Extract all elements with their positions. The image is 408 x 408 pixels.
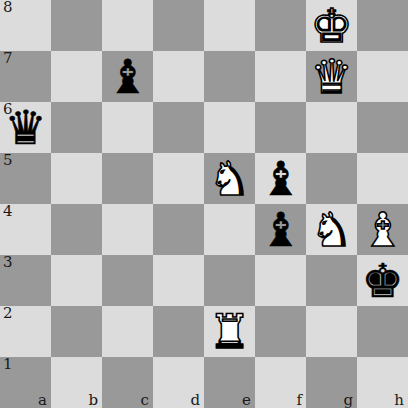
file-label-b: b — [88, 392, 98, 408]
square-g8[interactable]: ♚ — [306, 0, 357, 51]
rank-label-4: 4 — [3, 203, 13, 220]
square-e4[interactable] — [204, 204, 255, 255]
square-f8[interactable] — [255, 0, 306, 51]
square-e5[interactable]: ♞ — [204, 153, 255, 204]
square-h1[interactable]: h — [357, 357, 408, 408]
square-d6[interactable] — [153, 102, 204, 153]
square-a6[interactable]: 6♛ — [0, 102, 51, 153]
square-f3[interactable] — [255, 255, 306, 306]
white-bishop[interactable]: ♝ — [357, 204, 408, 255]
square-g7[interactable]: ♛ — [306, 51, 357, 102]
square-e3[interactable] — [204, 255, 255, 306]
square-e6[interactable] — [204, 102, 255, 153]
square-b8[interactable] — [51, 0, 102, 51]
square-c7[interactable]: ♝ — [102, 51, 153, 102]
square-d8[interactable] — [153, 0, 204, 51]
rank-label-3: 3 — [3, 254, 13, 271]
square-e2[interactable]: ♜ — [204, 306, 255, 357]
square-b7[interactable] — [51, 51, 102, 102]
square-g6[interactable] — [306, 102, 357, 153]
white-rook[interactable]: ♜ — [204, 306, 255, 357]
square-h5[interactable] — [357, 153, 408, 204]
square-d7[interactable] — [153, 51, 204, 102]
square-g2[interactable] — [306, 306, 357, 357]
square-c4[interactable] — [102, 204, 153, 255]
chess-board: 8♚7♝♛6♛5♞♝4♝♞♝3♚2♜1abcdefgh — [0, 0, 408, 408]
rank-label-2: 2 — [3, 305, 13, 322]
file-label-e: e — [242, 392, 251, 408]
square-c6[interactable] — [102, 102, 153, 153]
square-h2[interactable] — [357, 306, 408, 357]
square-c2[interactable] — [102, 306, 153, 357]
square-b3[interactable] — [51, 255, 102, 306]
square-d5[interactable] — [153, 153, 204, 204]
square-c8[interactable] — [102, 0, 153, 51]
file-label-a: a — [38, 392, 47, 408]
black-queen[interactable]: ♛ — [0, 102, 51, 153]
square-d3[interactable] — [153, 255, 204, 306]
square-h7[interactable] — [357, 51, 408, 102]
square-f1[interactable]: f — [255, 357, 306, 408]
square-f2[interactable] — [255, 306, 306, 357]
file-label-d: d — [190, 392, 200, 408]
square-d2[interactable] — [153, 306, 204, 357]
rank-label-8: 8 — [3, 0, 13, 16]
square-h8[interactable] — [357, 0, 408, 51]
black-king[interactable]: ♚ — [357, 255, 408, 306]
square-a3[interactable]: 3 — [0, 255, 51, 306]
square-a2[interactable]: 2 — [0, 306, 51, 357]
square-c3[interactable] — [102, 255, 153, 306]
square-b6[interactable] — [51, 102, 102, 153]
square-a4[interactable]: 4 — [0, 204, 51, 255]
square-c1[interactable]: c — [102, 357, 153, 408]
square-d4[interactable] — [153, 204, 204, 255]
white-knight[interactable]: ♞ — [306, 204, 357, 255]
square-a5[interactable]: 5 — [0, 153, 51, 204]
white-king[interactable]: ♚ — [306, 0, 357, 51]
square-f4[interactable]: ♝ — [255, 204, 306, 255]
file-label-h: h — [394, 392, 404, 408]
rank-label-5: 5 — [3, 152, 13, 169]
rank-label-1: 1 — [3, 356, 13, 373]
square-f5[interactable]: ♝ — [255, 153, 306, 204]
rank-label-7: 7 — [3, 50, 13, 67]
square-b5[interactable] — [51, 153, 102, 204]
square-a1[interactable]: 1a — [0, 357, 51, 408]
square-f7[interactable] — [255, 51, 306, 102]
file-label-f: f — [296, 392, 302, 408]
square-b2[interactable] — [51, 306, 102, 357]
square-e8[interactable] — [204, 0, 255, 51]
square-h6[interactable] — [357, 102, 408, 153]
square-e7[interactable] — [204, 51, 255, 102]
square-b4[interactable] — [51, 204, 102, 255]
square-h4[interactable]: ♝ — [357, 204, 408, 255]
black-bishop[interactable]: ♝ — [102, 51, 153, 102]
square-h3[interactable]: ♚ — [357, 255, 408, 306]
square-g4[interactable]: ♞ — [306, 204, 357, 255]
square-a8[interactable]: 8 — [0, 0, 51, 51]
square-g5[interactable] — [306, 153, 357, 204]
white-queen[interactable]: ♛ — [306, 51, 357, 102]
square-g3[interactable] — [306, 255, 357, 306]
square-g1[interactable]: g — [306, 357, 357, 408]
square-f6[interactable] — [255, 102, 306, 153]
square-b1[interactable]: b — [51, 357, 102, 408]
black-bishop[interactable]: ♝ — [255, 204, 306, 255]
file-label-c: c — [141, 392, 149, 408]
square-e1[interactable]: e — [204, 357, 255, 408]
square-d1[interactable]: d — [153, 357, 204, 408]
square-a7[interactable]: 7 — [0, 51, 51, 102]
square-c5[interactable] — [102, 153, 153, 204]
file-label-g: g — [343, 392, 353, 408]
black-bishop[interactable]: ♝ — [255, 153, 306, 204]
white-knight[interactable]: ♞ — [204, 153, 255, 204]
